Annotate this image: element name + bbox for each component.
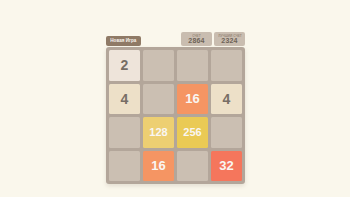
empty-cell [143, 50, 174, 81]
empty-cell [143, 84, 174, 115]
empty-cell [211, 50, 242, 81]
tile-4: 4 [109, 84, 140, 115]
tile-16: 16 [143, 151, 174, 182]
empty-cell [211, 117, 242, 148]
game-header: Новая Игра СЧЁТ 2864 ЛУЧШИЙ СЧЁТ 2324 [106, 0, 245, 47]
tile-128: 128 [143, 117, 174, 148]
tile-32: 32 [211, 151, 242, 182]
best-score-value: 2324 [221, 37, 237, 45]
empty-cell [177, 151, 208, 182]
score-label: СЧЁТ [192, 35, 200, 37]
empty-cell [109, 117, 140, 148]
game-container: Новая Игра СЧЁТ 2864 ЛУЧШИЙ СЧЁТ 2324 24… [106, 0, 245, 184]
new-game-button-label: Новая Игра [111, 39, 137, 44]
tile-2: 2 [109, 50, 140, 81]
empty-cell [109, 151, 140, 182]
best-score-label: ЛУЧШИЙ СЧЁТ [218, 35, 241, 37]
board-grid[interactable]: 241641282561632 [106, 47, 245, 184]
app-background: Новая Игра СЧЁТ 2864 ЛУЧШИЙ СЧЁТ 2324 24… [0, 0, 350, 197]
tile-16: 16 [177, 84, 208, 115]
score-value: 2864 [188, 37, 204, 45]
best-score-box: ЛУЧШИЙ СЧЁТ 2324 [214, 32, 245, 46]
tile-256: 256 [177, 117, 208, 148]
empty-cell [177, 50, 208, 81]
tile-4: 4 [211, 84, 242, 115]
score-box: СЧЁТ 2864 [181, 32, 212, 46]
score-panel: СЧЁТ 2864 ЛУЧШИЙ СЧЁТ 2324 [181, 32, 245, 46]
new-game-button[interactable]: Новая Игра [106, 36, 141, 46]
